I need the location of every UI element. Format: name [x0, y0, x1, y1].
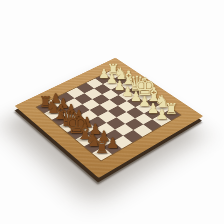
scene — [0, 0, 224, 224]
board-squares — [37, 69, 181, 160]
chess-board — [15, 58, 204, 178]
chess-set-photo: ♜♞♝♛♚♝♞♜♟♟♟♟♟♟♟♟♟♟♟♟♟♟♟♟♜♞♝♛♚♝♞♜ — [0, 0, 224, 224]
